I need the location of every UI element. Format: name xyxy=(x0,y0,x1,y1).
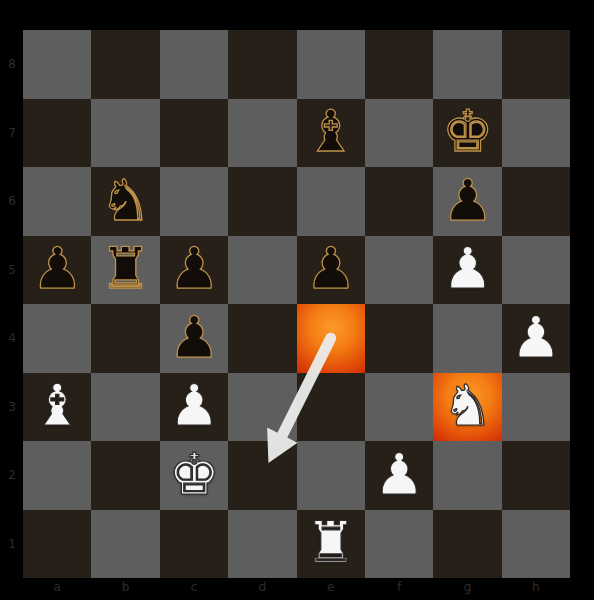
square-e5[interactable]: ♟ xyxy=(297,236,365,305)
square-h8[interactable] xyxy=(502,30,570,99)
square-d7[interactable] xyxy=(228,99,296,168)
square-g7[interactable]: ♚ xyxy=(433,99,501,168)
file-label-e: e xyxy=(327,581,334,593)
square-b8[interactable] xyxy=(91,30,159,99)
square-h3[interactable] xyxy=(502,373,570,442)
square-b2[interactable] xyxy=(91,441,159,510)
square-g2[interactable] xyxy=(433,441,501,510)
square-c2[interactable]: ♚ xyxy=(160,441,228,510)
square-a3[interactable]: ♝ xyxy=(23,373,91,442)
chess-app-window: ♝♚♞♟♟♜♟♟♟♟♟♝♟♞♚♟♜ abcdefgh87654321 xyxy=(0,0,594,600)
square-h1[interactable] xyxy=(502,510,570,579)
square-e1[interactable]: ♜ xyxy=(297,510,365,579)
square-b4[interactable] xyxy=(91,304,159,373)
white-bishop[interactable]: ♝ xyxy=(32,377,83,434)
square-b1[interactable] xyxy=(91,510,159,579)
file-label-a: a xyxy=(54,581,61,593)
rank-label-8: 8 xyxy=(8,58,16,70)
file-label-g: g xyxy=(464,581,472,593)
square-a1[interactable] xyxy=(23,510,91,579)
square-d6[interactable] xyxy=(228,167,296,236)
square-f4[interactable] xyxy=(365,304,433,373)
square-e7[interactable]: ♝ xyxy=(297,99,365,168)
square-g3[interactable]: ♞ xyxy=(433,373,501,442)
square-b5[interactable]: ♜ xyxy=(91,236,159,305)
square-f8[interactable] xyxy=(365,30,433,99)
square-a4[interactable] xyxy=(23,304,91,373)
file-label-c: c xyxy=(191,581,198,593)
rank-label-2: 2 xyxy=(8,469,16,481)
file-label-d: d xyxy=(259,581,267,593)
square-e3[interactable] xyxy=(297,373,365,442)
square-h5[interactable] xyxy=(502,236,570,305)
square-a5[interactable]: ♟ xyxy=(23,236,91,305)
square-a2[interactable] xyxy=(23,441,91,510)
square-b7[interactable] xyxy=(91,99,159,168)
square-c7[interactable] xyxy=(160,99,228,168)
black-pawn[interactable]: ♟ xyxy=(305,240,356,297)
white-pawn[interactable]: ♟ xyxy=(510,309,561,366)
black-pawn[interactable]: ♟ xyxy=(168,240,219,297)
square-g4[interactable] xyxy=(433,304,501,373)
white-pawn[interactable]: ♟ xyxy=(442,240,493,297)
file-label-b: b xyxy=(122,581,130,593)
square-d2[interactable] xyxy=(228,441,296,510)
rank-label-7: 7 xyxy=(8,127,16,139)
rank-label-1: 1 xyxy=(8,538,16,550)
square-b6[interactable]: ♞ xyxy=(91,167,159,236)
rank-label-6: 6 xyxy=(8,195,16,207)
square-f6[interactable] xyxy=(365,167,433,236)
black-pawn[interactable]: ♟ xyxy=(32,240,83,297)
black-bishop[interactable]: ♝ xyxy=(305,103,356,160)
square-a6[interactable] xyxy=(23,167,91,236)
black-rook[interactable]: ♜ xyxy=(100,240,151,297)
square-a8[interactable] xyxy=(23,30,91,99)
square-f1[interactable] xyxy=(365,510,433,579)
square-f5[interactable] xyxy=(365,236,433,305)
square-d3[interactable] xyxy=(228,373,296,442)
file-label-h: h xyxy=(532,581,540,593)
square-c6[interactable] xyxy=(160,167,228,236)
white-king[interactable]: ♚ xyxy=(168,446,219,503)
square-g8[interactable] xyxy=(433,30,501,99)
square-c8[interactable] xyxy=(160,30,228,99)
square-d5[interactable] xyxy=(228,236,296,305)
square-f7[interactable] xyxy=(365,99,433,168)
white-rook[interactable]: ♜ xyxy=(305,514,356,571)
rank-label-4: 4 xyxy=(8,332,16,344)
square-e4[interactable] xyxy=(297,304,365,373)
white-pawn[interactable]: ♟ xyxy=(168,377,219,434)
square-h6[interactable] xyxy=(502,167,570,236)
rank-label-5: 5 xyxy=(8,264,16,276)
square-h4[interactable]: ♟ xyxy=(502,304,570,373)
square-c3[interactable]: ♟ xyxy=(160,373,228,442)
file-label-f: f xyxy=(397,581,401,593)
square-e8[interactable] xyxy=(297,30,365,99)
square-h7[interactable] xyxy=(502,99,570,168)
square-a7[interactable] xyxy=(23,99,91,168)
square-e6[interactable] xyxy=(297,167,365,236)
black-pawn[interactable]: ♟ xyxy=(168,309,219,366)
square-c1[interactable] xyxy=(160,510,228,579)
square-f2[interactable]: ♟ xyxy=(365,441,433,510)
chess-board: ♝♚♞♟♟♜♟♟♟♟♟♝♟♞♚♟♜ xyxy=(23,30,570,578)
rank-label-3: 3 xyxy=(8,401,16,413)
square-g5[interactable]: ♟ xyxy=(433,236,501,305)
white-pawn[interactable]: ♟ xyxy=(374,446,425,503)
square-d8[interactable] xyxy=(228,30,296,99)
square-g1[interactable] xyxy=(433,510,501,579)
square-c4[interactable]: ♟ xyxy=(160,304,228,373)
black-king[interactable]: ♚ xyxy=(442,103,493,160)
black-knight[interactable]: ♞ xyxy=(100,172,151,229)
square-e2[interactable] xyxy=(297,441,365,510)
square-d4[interactable] xyxy=(228,304,296,373)
square-f3[interactable] xyxy=(365,373,433,442)
square-h2[interactable] xyxy=(502,441,570,510)
square-d1[interactable] xyxy=(228,510,296,579)
white-knight[interactable]: ♞ xyxy=(442,377,493,434)
black-pawn[interactable]: ♟ xyxy=(442,172,493,229)
square-b3[interactable] xyxy=(91,373,159,442)
square-g6[interactable]: ♟ xyxy=(433,167,501,236)
square-c5[interactable]: ♟ xyxy=(160,236,228,305)
